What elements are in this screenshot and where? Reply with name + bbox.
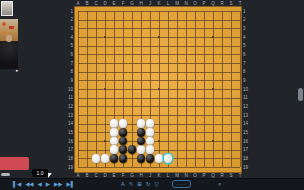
coord-col-bottom: J [146,173,154,178]
grid-line [222,11,223,167]
grid-line [195,11,196,167]
coord-col-top: S [227,1,235,6]
white-stone-F14[interactable] [119,119,127,127]
coord-row-left: 8 [62,69,73,74]
star-point [212,36,214,38]
coord-row-right: 8 [243,69,254,74]
coord-row-left: 17 [62,147,73,152]
coord-row-left: 10 [62,87,73,92]
close-button[interactable]: × [218,180,221,188]
coord-col-top: L [164,1,172,6]
white-stone-D18[interactable] [101,154,109,162]
coord-col-top: R [218,1,226,6]
coord-row-right: 7 [243,61,254,66]
star-point [158,36,160,38]
coord-row-left: 12 [62,104,73,109]
coord-row-right: 18 [243,156,254,161]
coord-row-left: 14 [62,121,73,126]
coord-row-right: 15 [243,130,254,135]
black-stone-H18[interactable] [137,154,145,162]
back-fast-button[interactable]: ◀◀ [25,180,33,188]
coord-col-top: O [191,1,199,6]
white-stone-J16[interactable] [146,137,154,145]
white-stone-H17[interactable] [137,145,145,153]
coord-col-bottom: K [155,173,163,178]
coord-row-right: 11 [243,95,254,100]
grid-line [78,115,240,116]
white-stone-C18[interactable] [92,154,100,162]
white-stone-K18[interactable] [155,154,163,162]
star-point [104,140,106,142]
coord-col-top: H [137,1,145,6]
coord-row-right: 14 [243,121,254,126]
coord-row-left: 16 [62,139,73,144]
coord-row-left: 15 [62,130,73,135]
black-stone-F18[interactable] [119,154,127,162]
coord-col-top: M [173,1,181,6]
coord-col-bottom: F [119,173,127,178]
white-stone-E15[interactable] [110,128,118,136]
coord-col-bottom: R [218,173,226,178]
grid-line [231,11,232,167]
coord-row-left: 19 [62,165,73,170]
grid-line [78,106,240,107]
coord-col-bottom: B [83,173,91,178]
coord-row-left: 1 [62,9,73,14]
small-status-label [1,173,10,176]
close-wrap: × [218,180,221,188]
coord-row-left: 3 [62,26,73,31]
grid-line [78,98,240,99]
star-point [158,88,160,90]
black-stone-H16[interactable] [137,137,145,145]
camera-background [3,31,6,34]
black-stone-E18[interactable] [110,154,118,162]
grid-line [78,124,240,125]
white-stone-E17[interactable] [110,145,118,153]
coord-row-left: 13 [62,113,73,118]
presenter-face [6,35,12,42]
coord-row-right: 17 [243,147,254,152]
coord-col-bottom: C [92,173,100,178]
black-stone-G17[interactable] [128,145,136,153]
grid-line [78,132,240,133]
coord-row-left: 9 [62,78,73,83]
black-stone-F16[interactable] [119,137,127,145]
coord-col-top: B [83,1,91,6]
coord-row-left: 5 [62,43,73,48]
coord-col-top: A [74,1,82,6]
coord-row-right: 19 [243,165,254,170]
coord-col-bottom: S [227,173,235,178]
coord-col-bottom: M [173,173,181,178]
black-stone-F17[interactable] [119,145,127,153]
coord-col-top: F [119,1,127,6]
presenter-body [0,42,18,69]
coord-row-right: 3 [243,26,254,31]
grid-line [78,150,240,151]
coord-col-top: N [182,1,190,6]
grid-line [240,11,241,167]
star-point [104,36,106,38]
grid-line [168,11,169,167]
playback-controls: ▌◀◀◀◀▶▶▶▶▌ [13,180,75,188]
grid-line [177,11,178,167]
first-move-button[interactable]: ▌◀ [13,180,21,188]
star-point [158,140,160,142]
coord-row-right: 6 [243,52,254,57]
star-point [212,140,214,142]
coord-col-top: C [92,1,100,6]
coord-col-top: K [155,1,163,6]
grid-line [78,167,240,168]
coord-row-right: 9 [243,78,254,83]
white-stone-J17[interactable] [146,145,154,153]
edit-tools: A✎⊞↻▽ [121,180,159,188]
camera-background [9,26,14,29]
analysis-pill-button[interactable]: ···· [172,180,191,188]
coord-row-left: 11 [62,95,73,100]
coord-row-right: 13 [243,113,254,118]
annotate-letter-button[interactable]: A [121,180,125,188]
coord-row-right: 1 [243,9,254,14]
coord-col-bottom: O [191,173,199,178]
white-stone-L18[interactable] [164,154,172,162]
coord-col-bottom: L [164,173,172,178]
coord-col-top: Q [209,1,217,6]
coord-col-top: P [200,1,208,6]
analysis-pill-wrap: ···· [172,180,191,188]
go-review-app: { "game": "go", "window": { "width": 304… [0,0,304,190]
coord-col-top: T [236,1,244,6]
coord-col-bottom: Q [209,173,217,178]
star-point [212,88,214,90]
coord-col-top: D [101,1,109,6]
grid-line [204,11,205,167]
back-button[interactable]: ◀ [38,180,42,188]
black-stone-H15[interactable] [137,128,145,136]
marker-button[interactable]: ▽ [155,180,159,188]
coord-col-top: E [110,1,118,6]
refresh-button[interactable]: ↻ [146,180,151,188]
record-stop-button[interactable] [0,157,29,170]
white-stone-J14[interactable] [146,119,154,127]
coord-col-bottom: T [236,173,244,178]
coord-row-right: 2 [243,17,254,22]
white-stone-E16[interactable] [110,137,118,145]
white-stone-E14[interactable] [110,119,118,127]
draw-button[interactable]: ✎ [129,180,134,188]
white-stone-J15[interactable] [146,128,154,136]
speed-tooltip: 1.0 [32,169,48,177]
coord-col-bottom: D [101,173,109,178]
coord-row-right: 5 [243,43,254,48]
coord-col-bottom: N [182,173,190,178]
video-thumbnail[interactable] [1,1,13,16]
coord-col-bottom: E [110,173,118,178]
forward-button[interactable]: ▶ [46,180,50,188]
try-move-button[interactable]: ⊞ [137,180,142,188]
last-move-button[interactable]: ▶▌ [67,180,75,188]
forward-fast-button[interactable]: ▶▶ [54,180,62,188]
coord-row-left: 6 [62,52,73,57]
grid-line [186,11,187,167]
star-point [104,88,106,90]
coord-col-top: G [128,1,136,6]
presenter-camera-feed[interactable] [0,19,18,69]
coord-row-right: 12 [243,104,254,109]
panel-collapse-handle[interactable] [298,88,303,101]
coord-col-bottom: G [128,173,136,178]
white-stone-H14[interactable] [137,119,145,127]
coord-col-bottom: A [74,173,82,178]
black-stone-F15[interactable] [119,128,127,136]
coord-row-right: 10 [243,87,254,92]
camera-background [2,22,6,26]
coord-row-left: 7 [62,61,73,66]
coord-row-right: 4 [243,35,254,40]
black-stone-J18[interactable] [146,154,154,162]
coord-row-right: 16 [243,139,254,144]
expand-handle-icon[interactable]: ▸ [16,68,19,73]
go-board[interactable] [75,7,241,172]
coord-row-left: 18 [62,156,73,161]
coord-col-top: J [146,1,154,6]
coord-col-bottom: P [200,173,208,178]
coord-col-bottom: H [137,173,145,178]
coord-row-left: 4 [62,35,73,40]
coord-row-left: 2 [62,17,73,22]
